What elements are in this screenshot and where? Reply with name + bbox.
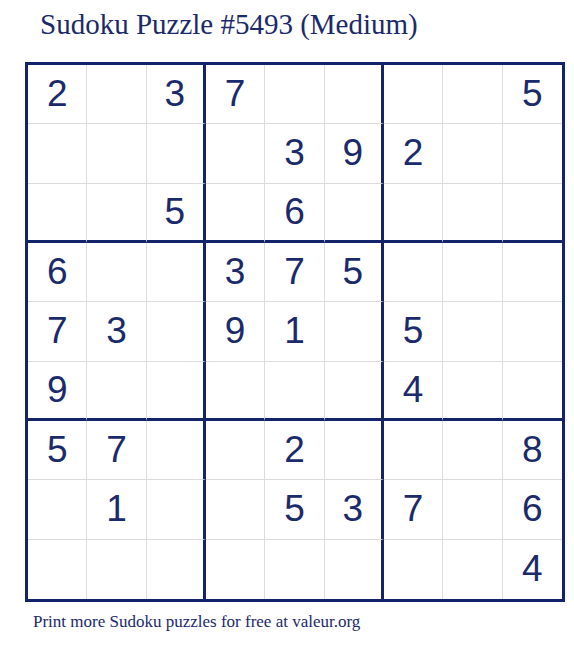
cell-r2c2[interactable] <box>87 124 146 183</box>
cell-r4c4: 3 <box>206 243 265 302</box>
cell-r3c6[interactable] <box>325 184 384 243</box>
cell-r4c1: 6 <box>28 243 87 302</box>
cell-r7c4[interactable] <box>206 421 265 480</box>
cell-r2c1[interactable] <box>28 124 87 183</box>
cell-r1c8[interactable] <box>443 65 502 124</box>
cell-r3c5: 6 <box>265 184 324 243</box>
cell-r1c7[interactable] <box>384 65 443 124</box>
cell-r5c4: 9 <box>206 302 265 361</box>
cell-r9c5[interactable] <box>265 540 324 599</box>
cell-r6c6[interactable] <box>325 362 384 421</box>
cell-r8c4[interactable] <box>206 480 265 539</box>
cell-r4c6: 5 <box>325 243 384 302</box>
cell-r7c2: 7 <box>87 421 146 480</box>
cell-r4c5: 7 <box>265 243 324 302</box>
cell-r1c5[interactable] <box>265 65 324 124</box>
cell-r6c1: 9 <box>28 362 87 421</box>
cell-r1c4: 7 <box>206 65 265 124</box>
cell-r2c8[interactable] <box>443 124 502 183</box>
cell-r8c6: 3 <box>325 480 384 539</box>
cell-r1c2[interactable] <box>87 65 146 124</box>
cell-r3c3: 5 <box>147 184 206 243</box>
cell-r4c8[interactable] <box>443 243 502 302</box>
cell-r3c1[interactable] <box>28 184 87 243</box>
cell-r5c2: 3 <box>87 302 146 361</box>
footer-text: Print more Sudoku puzzles for free at va… <box>33 612 360 632</box>
cell-r9c9: 4 <box>503 540 562 599</box>
cell-r5c9[interactable] <box>503 302 562 361</box>
cell-r8c5: 5 <box>265 480 324 539</box>
cell-r3c4[interactable] <box>206 184 265 243</box>
cell-r3c9[interactable] <box>503 184 562 243</box>
cell-r5c3[interactable] <box>147 302 206 361</box>
cell-r8c3[interactable] <box>147 480 206 539</box>
cell-r1c3: 3 <box>147 65 206 124</box>
cell-r9c8[interactable] <box>443 540 502 599</box>
cell-r6c9[interactable] <box>503 362 562 421</box>
cell-r1c9: 5 <box>503 65 562 124</box>
cell-r8c2: 1 <box>87 480 146 539</box>
cell-r9c4[interactable] <box>206 540 265 599</box>
cell-r5c8[interactable] <box>443 302 502 361</box>
cell-r4c9[interactable] <box>503 243 562 302</box>
cell-r7c1: 5 <box>28 421 87 480</box>
cell-r7c8[interactable] <box>443 421 502 480</box>
cell-r3c8[interactable] <box>443 184 502 243</box>
cell-r2c9[interactable] <box>503 124 562 183</box>
cell-r5c1: 7 <box>28 302 87 361</box>
cell-r7c5: 2 <box>265 421 324 480</box>
cell-r2c6: 9 <box>325 124 384 183</box>
cell-r6c2[interactable] <box>87 362 146 421</box>
cell-r9c7[interactable] <box>384 540 443 599</box>
cell-r2c7: 2 <box>384 124 443 183</box>
cell-r5c7: 5 <box>384 302 443 361</box>
cell-r3c7[interactable] <box>384 184 443 243</box>
cell-r9c6[interactable] <box>325 540 384 599</box>
cell-r8c8[interactable] <box>443 480 502 539</box>
cell-r3c2[interactable] <box>87 184 146 243</box>
page: { "game": "sudoku", "title": "Sudoku Puz… <box>0 0 574 651</box>
cell-r9c1[interactable] <box>28 540 87 599</box>
cell-r2c4[interactable] <box>206 124 265 183</box>
cell-r4c3[interactable] <box>147 243 206 302</box>
cell-r2c5: 3 <box>265 124 324 183</box>
cell-r7c3[interactable] <box>147 421 206 480</box>
sudoku-board: 237539256637573915945728153764 <box>25 62 565 602</box>
cell-r6c8[interactable] <box>443 362 502 421</box>
cell-r7c7[interactable] <box>384 421 443 480</box>
cell-r8c1[interactable] <box>28 480 87 539</box>
cell-r6c3[interactable] <box>147 362 206 421</box>
cell-r8c9: 6 <box>503 480 562 539</box>
cell-r4c7[interactable] <box>384 243 443 302</box>
cell-r7c6[interactable] <box>325 421 384 480</box>
cell-r2c3[interactable] <box>147 124 206 183</box>
cell-r5c6[interactable] <box>325 302 384 361</box>
cell-r6c5[interactable] <box>265 362 324 421</box>
cell-r8c7: 7 <box>384 480 443 539</box>
cell-r7c9: 8 <box>503 421 562 480</box>
cell-r1c6[interactable] <box>325 65 384 124</box>
cell-r9c3[interactable] <box>147 540 206 599</box>
puzzle-title: Sudoku Puzzle #5493 (Medium) <box>40 8 418 41</box>
cell-r4c2[interactable] <box>87 243 146 302</box>
cell-r6c4[interactable] <box>206 362 265 421</box>
cell-r5c5: 1 <box>265 302 324 361</box>
cell-r9c2[interactable] <box>87 540 146 599</box>
cell-r1c1: 2 <box>28 65 87 124</box>
cell-r6c7: 4 <box>384 362 443 421</box>
